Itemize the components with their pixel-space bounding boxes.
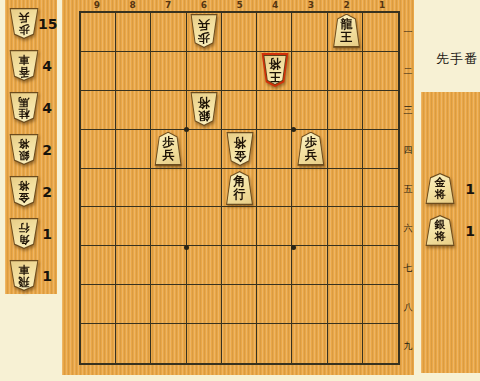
- board-cell[interactable]: [292, 91, 327, 130]
- hand-piece-row: 金将1: [421, 173, 480, 204]
- file-labels: 987654321: [79, 0, 400, 10]
- board-cell[interactable]: [116, 13, 151, 52]
- shogi-piece[interactable]: 金将: [9, 176, 39, 207]
- rank-labels: 一二三四五六七八九: [402, 11, 414, 365]
- board-cell[interactable]: [187, 285, 222, 324]
- star-point: [184, 245, 189, 250]
- board-cell[interactable]: [292, 324, 327, 363]
- board-cell[interactable]: [81, 91, 116, 130]
- shogi-piece[interactable]: 香車: [9, 50, 39, 81]
- hand-piece-row: 銀将2: [5, 134, 57, 165]
- rank-label: 六: [402, 222, 414, 235]
- board-cell[interactable]: [292, 207, 327, 246]
- piece-kanji: 金将: [227, 133, 253, 165]
- board-cell[interactable]: [116, 130, 151, 169]
- board-cell[interactable]: [151, 207, 186, 246]
- board-cell[interactable]: [363, 324, 398, 363]
- file-label: 7: [150, 0, 186, 10]
- gote-hand-tray: 歩兵15香車4桂馬4銀将2金将2角行1飛車1: [5, 0, 57, 294]
- hand-piece-row: 銀将1: [421, 215, 480, 246]
- board-cell[interactable]: [363, 207, 398, 246]
- board-cell[interactable]: [81, 13, 116, 52]
- piece-count: 1: [38, 268, 56, 284]
- shogi-piece[interactable]: 金将: [226, 132, 254, 166]
- file-label: 6: [186, 0, 222, 10]
- board-cell[interactable]: [222, 207, 257, 246]
- shogi-piece[interactable]: 金将: [425, 173, 455, 204]
- board-cell[interactable]: [151, 246, 186, 285]
- piece-count: 2: [38, 184, 56, 200]
- board-cell[interactable]: [187, 207, 222, 246]
- rank-label: 四: [402, 144, 414, 157]
- board-cell[interactable]: [222, 52, 257, 91]
- hand-piece-row: 飛車1: [5, 260, 57, 291]
- board-cell[interactable]: [81, 246, 116, 285]
- board-cell[interactable]: [116, 52, 151, 91]
- rank-label: 九: [402, 340, 414, 353]
- board-cell[interactable]: [257, 207, 292, 246]
- hand-piece-row: 角行1: [5, 218, 57, 249]
- board-cell[interactable]: [363, 130, 398, 169]
- shogi-piece[interactable]: 歩兵: [9, 8, 39, 39]
- rank-label: 八: [402, 301, 414, 314]
- board-cell[interactable]: [257, 13, 292, 52]
- rank-label: 五: [402, 183, 414, 196]
- board-cell[interactable]: [363, 285, 398, 324]
- board-cell[interactable]: [222, 324, 257, 363]
- shogi-piece[interactable]: 銀将: [425, 215, 455, 246]
- board-cell[interactable]: [363, 13, 398, 52]
- board-cell[interactable]: [292, 169, 327, 208]
- shogi-piece[interactable]: 歩兵: [154, 132, 182, 166]
- board-cell[interactable]: [328, 52, 363, 91]
- board-cell[interactable]: [328, 324, 363, 363]
- shogi-piece[interactable]: 銀将: [190, 92, 218, 126]
- shogi-piece[interactable]: 飛車: [9, 260, 39, 291]
- board-cell[interactable]: [328, 130, 363, 169]
- piece-count: 15: [38, 16, 56, 32]
- board-cell[interactable]: [257, 324, 292, 363]
- board-cell[interactable]: [363, 52, 398, 91]
- star-point: [184, 127, 189, 132]
- hand-piece-row: 桂馬4: [5, 92, 57, 123]
- board-cell[interactable]: [328, 91, 363, 130]
- board-cell[interactable]: [116, 246, 151, 285]
- file-label: 9: [79, 0, 115, 10]
- shogi-piece[interactable]: 歩兵: [297, 132, 325, 166]
- board-cell[interactable]: [151, 52, 186, 91]
- board-cell[interactable]: [328, 246, 363, 285]
- board-cell[interactable]: [187, 324, 222, 363]
- rank-label: 七: [402, 262, 414, 275]
- turn-indicator: 先手番: [436, 50, 478, 68]
- shogi-piece[interactable]: 龍王: [333, 14, 361, 48]
- board-cell[interactable]: [222, 91, 257, 130]
- rank-label: 一: [402, 26, 414, 39]
- piece-count: 4: [38, 100, 56, 116]
- board-cell[interactable]: [81, 52, 116, 91]
- board-cell[interactable]: [81, 130, 116, 169]
- board-cell[interactable]: [222, 285, 257, 324]
- board-cell[interactable]: [81, 207, 116, 246]
- board-cell[interactable]: [292, 246, 327, 285]
- hand-piece-row: 金将2: [5, 176, 57, 207]
- board-cell[interactable]: [81, 285, 116, 324]
- board-cell[interactable]: [363, 169, 398, 208]
- board-cell[interactable]: [257, 169, 292, 208]
- board-cell[interactable]: [222, 246, 257, 285]
- hand-piece-row: 香車4: [5, 50, 57, 81]
- piece-count: 4: [38, 58, 56, 74]
- shogi-piece[interactable]: 角行: [9, 218, 39, 249]
- board-cell[interactable]: [328, 207, 363, 246]
- board-cell[interactable]: [292, 52, 327, 91]
- board-cell[interactable]: [257, 91, 292, 130]
- board-cell[interactable]: [151, 324, 186, 363]
- board-cell[interactable]: [257, 130, 292, 169]
- piece-count: 1: [461, 181, 479, 197]
- file-label: 5: [222, 0, 258, 10]
- board-cell[interactable]: [81, 324, 116, 363]
- shogi-piece[interactable]: 角行: [226, 171, 254, 205]
- board-cell[interactable]: [151, 285, 186, 324]
- shogi-piece[interactable]: 歩兵: [190, 14, 218, 48]
- hand-piece-row: 歩兵15: [5, 8, 57, 39]
- board-cell[interactable]: [328, 169, 363, 208]
- board-cell[interactable]: [116, 207, 151, 246]
- file-label: 3: [293, 0, 329, 10]
- shogi-board: 987654321 一二三四五六七八九 歩兵龍王王将銀将歩兵金将歩兵角行: [62, 0, 414, 375]
- board-cell[interactable]: [328, 285, 363, 324]
- file-label: 1: [364, 0, 400, 10]
- board-cell[interactable]: [151, 91, 186, 130]
- piece-count: 1: [38, 226, 56, 242]
- rank-label: 二: [402, 65, 414, 78]
- shogi-piece[interactable]: 王将: [261, 53, 289, 87]
- star-point: [291, 245, 296, 250]
- board-cell[interactable]: [151, 13, 186, 52]
- board-cell[interactable]: [257, 285, 292, 324]
- board-cell[interactable]: [116, 285, 151, 324]
- file-label: 4: [257, 0, 293, 10]
- piece-count: 1: [461, 223, 479, 239]
- file-label: 2: [329, 0, 365, 10]
- board-cell[interactable]: [187, 246, 222, 285]
- screenshot-root: { "game": "shogi", "position": { "sfen":…: [0, 0, 480, 381]
- file-label: 8: [115, 0, 151, 10]
- shogi-piece[interactable]: 銀将: [9, 134, 39, 165]
- board-cell[interactable]: [187, 52, 222, 91]
- board-cell[interactable]: [187, 169, 222, 208]
- board-cell[interactable]: [151, 169, 186, 208]
- board-cell[interactable]: [292, 285, 327, 324]
- board-cell[interactable]: [116, 91, 151, 130]
- board-cell[interactable]: [363, 91, 398, 130]
- board-cell[interactable]: [222, 13, 257, 52]
- board-cell[interactable]: [81, 169, 116, 208]
- board-cell[interactable]: [292, 13, 327, 52]
- sente-hand-tray: 金将1銀将1: [421, 92, 480, 373]
- board-cell[interactable]: [257, 246, 292, 285]
- shogi-piece[interactable]: 桂馬: [9, 92, 39, 123]
- board-cell[interactable]: [187, 130, 222, 169]
- rank-label: 三: [402, 104, 414, 117]
- star-point: [291, 127, 296, 132]
- board-cell[interactable]: [116, 169, 151, 208]
- piece-count: 2: [38, 142, 56, 158]
- board-cell[interactable]: [116, 324, 151, 363]
- board-cell[interactable]: [363, 246, 398, 285]
